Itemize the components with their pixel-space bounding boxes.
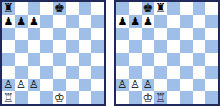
square-f3 xyxy=(66,66,79,79)
square-b8 xyxy=(129,2,142,15)
square-e1: ♔ xyxy=(53,91,66,104)
square-g6 xyxy=(79,28,92,41)
square-d4 xyxy=(154,53,167,66)
square-d2 xyxy=(154,79,167,92)
square-h1 xyxy=(205,91,218,104)
square-b3 xyxy=(15,66,28,79)
white-pawn-c2: ♙ xyxy=(29,79,39,90)
white-rook-a1: ♖ xyxy=(3,92,14,104)
square-c4 xyxy=(28,53,41,66)
square-h4 xyxy=(205,53,218,66)
black-king-e8: ♚ xyxy=(54,2,65,14)
square-c8 xyxy=(28,2,41,15)
square-b2: ♙ xyxy=(15,79,28,92)
square-e8: ♚ xyxy=(53,2,66,15)
square-g2 xyxy=(79,79,92,92)
white-king-e1: ♔ xyxy=(54,92,65,104)
black-rook-a8: ♜ xyxy=(3,2,14,14)
square-b6 xyxy=(15,28,28,41)
square-g5 xyxy=(79,40,92,53)
square-a4 xyxy=(2,53,15,66)
square-g3 xyxy=(193,66,206,79)
white-pawn-a2: ♙ xyxy=(117,79,127,90)
square-c2: ♙ xyxy=(142,79,155,92)
square-c1 xyxy=(28,91,41,104)
square-a3 xyxy=(116,66,129,79)
square-b5 xyxy=(15,40,28,53)
square-b4 xyxy=(129,53,142,66)
square-c2: ♙ xyxy=(28,79,41,92)
square-e4 xyxy=(167,53,180,66)
square-g8 xyxy=(79,2,92,15)
white-pawn-b2: ♙ xyxy=(16,79,26,90)
square-g8 xyxy=(193,2,206,15)
white-rook-d1: ♖ xyxy=(155,92,166,104)
square-h4 xyxy=(91,53,104,66)
square-e5 xyxy=(167,40,180,53)
square-g7 xyxy=(193,15,206,28)
square-c1: ♔ xyxy=(142,91,155,104)
square-d7 xyxy=(154,15,167,28)
white-pawn-c2: ♙ xyxy=(143,79,153,90)
square-d5 xyxy=(154,40,167,53)
square-a6 xyxy=(116,28,129,41)
square-a5 xyxy=(116,40,129,53)
square-h7 xyxy=(91,15,104,28)
square-b3 xyxy=(129,66,142,79)
square-a1: ♖ xyxy=(2,91,15,104)
square-c5 xyxy=(142,40,155,53)
castling-diagram: ♜♚♟♟♟♙♙♙♖♔ ♚♜♟♟♟♙♙♙♔♖ xyxy=(0,0,220,106)
square-h1 xyxy=(91,91,104,104)
square-a7: ♟ xyxy=(2,15,15,28)
square-c4 xyxy=(142,53,155,66)
square-e1 xyxy=(167,91,180,104)
square-g4 xyxy=(193,53,206,66)
square-g5 xyxy=(193,40,206,53)
square-d3 xyxy=(154,66,167,79)
square-a7: ♟ xyxy=(116,15,129,28)
square-b5 xyxy=(129,40,142,53)
square-g6 xyxy=(193,28,206,41)
chess-board-after-queenside-castling: ♚♜♟♟♟♙♙♙♔♖ xyxy=(114,0,220,106)
square-h8 xyxy=(91,2,104,15)
square-g7 xyxy=(79,15,92,28)
square-d3 xyxy=(40,66,53,79)
square-h5 xyxy=(91,40,104,53)
square-g3 xyxy=(79,66,92,79)
square-d8 xyxy=(40,2,53,15)
white-pawn-b2: ♙ xyxy=(130,79,140,90)
black-pawn-b7: ♟ xyxy=(16,16,26,27)
chess-board-before-castling: ♜♚♟♟♟♙♙♙♖♔ xyxy=(0,0,106,106)
square-d4 xyxy=(40,53,53,66)
square-a2: ♙ xyxy=(116,79,129,92)
square-d1 xyxy=(40,91,53,104)
square-e2 xyxy=(167,79,180,92)
square-f1 xyxy=(180,91,193,104)
square-d7 xyxy=(40,15,53,28)
square-c5 xyxy=(28,40,41,53)
square-a3 xyxy=(2,66,15,79)
square-f8 xyxy=(180,2,193,15)
square-a2: ♙ xyxy=(2,79,15,92)
square-f6 xyxy=(180,28,193,41)
square-e4 xyxy=(53,53,66,66)
square-a8 xyxy=(116,2,129,15)
square-f6 xyxy=(66,28,79,41)
square-c7: ♟ xyxy=(28,15,41,28)
black-pawn-a7: ♟ xyxy=(117,16,127,27)
square-c8: ♚ xyxy=(142,2,155,15)
square-e8 xyxy=(167,2,180,15)
square-c6 xyxy=(28,28,41,41)
square-f4 xyxy=(180,53,193,66)
white-king-c1: ♔ xyxy=(142,92,153,104)
square-e6 xyxy=(53,28,66,41)
square-c3 xyxy=(28,66,41,79)
square-d6 xyxy=(40,28,53,41)
square-e5 xyxy=(53,40,66,53)
square-b2: ♙ xyxy=(129,79,142,92)
square-d1: ♖ xyxy=(154,91,167,104)
square-f5 xyxy=(180,40,193,53)
black-pawn-b7: ♟ xyxy=(130,16,140,27)
square-g1 xyxy=(79,91,92,104)
square-g4 xyxy=(79,53,92,66)
square-f5 xyxy=(66,40,79,53)
square-b6 xyxy=(129,28,142,41)
square-e3 xyxy=(53,66,66,79)
square-b4 xyxy=(15,53,28,66)
square-e7 xyxy=(53,15,66,28)
square-g2 xyxy=(193,79,206,92)
white-pawn-a2: ♙ xyxy=(3,79,13,90)
square-a4 xyxy=(116,53,129,66)
square-f7 xyxy=(66,15,79,28)
square-h3 xyxy=(91,66,104,79)
square-d5 xyxy=(40,40,53,53)
square-d6 xyxy=(154,28,167,41)
square-d8: ♜ xyxy=(154,2,167,15)
square-c6 xyxy=(142,28,155,41)
square-b7: ♟ xyxy=(129,15,142,28)
square-f4 xyxy=(66,53,79,66)
square-f8 xyxy=(66,2,79,15)
square-c7: ♟ xyxy=(142,15,155,28)
square-f2 xyxy=(66,79,79,92)
square-h6 xyxy=(205,28,218,41)
black-pawn-a7: ♟ xyxy=(3,16,13,27)
square-b7: ♟ xyxy=(15,15,28,28)
square-e6 xyxy=(167,28,180,41)
square-h3 xyxy=(205,66,218,79)
square-b1 xyxy=(129,91,142,104)
black-pawn-c7: ♟ xyxy=(143,16,153,27)
square-g1 xyxy=(193,91,206,104)
square-h6 xyxy=(91,28,104,41)
square-h5 xyxy=(205,40,218,53)
square-b1 xyxy=(15,91,28,104)
square-h2 xyxy=(91,79,104,92)
square-e2 xyxy=(53,79,66,92)
square-e7 xyxy=(167,15,180,28)
square-b8 xyxy=(15,2,28,15)
black-king-c8: ♚ xyxy=(142,2,153,14)
square-h7 xyxy=(205,15,218,28)
black-rook-d8: ♜ xyxy=(155,2,166,14)
square-c3 xyxy=(142,66,155,79)
black-pawn-c7: ♟ xyxy=(29,16,39,27)
square-a1 xyxy=(116,91,129,104)
square-d2 xyxy=(40,79,53,92)
square-f3 xyxy=(180,66,193,79)
square-a5 xyxy=(2,40,15,53)
square-h2 xyxy=(205,79,218,92)
square-a8: ♜ xyxy=(2,2,15,15)
square-e3 xyxy=(167,66,180,79)
square-f7 xyxy=(180,15,193,28)
square-h8 xyxy=(205,2,218,15)
square-f1 xyxy=(66,91,79,104)
square-a6 xyxy=(2,28,15,41)
square-f2 xyxy=(180,79,193,92)
